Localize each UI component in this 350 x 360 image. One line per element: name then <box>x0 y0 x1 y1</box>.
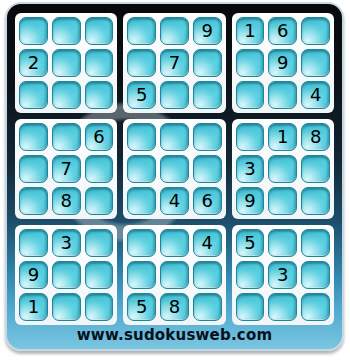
cell-r5c9[interactable] <box>301 155 330 183</box>
cell-r1c8[interactable]: 6 <box>268 17 297 45</box>
cell-r6c8[interactable] <box>268 187 297 215</box>
cell-r9c6[interactable] <box>193 293 222 321</box>
cell-r3c7[interactable] <box>236 81 265 109</box>
cell-r1c9[interactable] <box>301 17 330 45</box>
cell-r2c2[interactable] <box>52 49 81 77</box>
cell-r3c2[interactable] <box>52 81 81 109</box>
cell-r8c8[interactable]: 3 <box>268 261 297 289</box>
cell-r4c5[interactable] <box>160 123 189 151</box>
cell-r5c6[interactable] <box>193 155 222 183</box>
cell-r7c3[interactable] <box>85 229 114 257</box>
cell-r2c4[interactable] <box>127 49 156 77</box>
cell-r8c5[interactable] <box>160 261 189 289</box>
cell-r2c8[interactable]: 9 <box>268 49 297 77</box>
cell-r7c8[interactable] <box>268 229 297 257</box>
sudoku-screenshot: 2975169467846183939145853 www.sudokusweb… <box>0 0 350 360</box>
cell-r6c2[interactable]: 8 <box>52 187 81 215</box>
cell-r8c4[interactable] <box>127 261 156 289</box>
box-panel-5: 46 <box>123 119 225 219</box>
cell-r5c1[interactable] <box>19 155 48 183</box>
cell-r7c9[interactable] <box>301 229 330 257</box>
cell-r2c7[interactable] <box>236 49 265 77</box>
cell-r4c1[interactable] <box>19 123 48 151</box>
sudoku-board: 2975169467846183939145853 <box>15 13 334 325</box>
cell-r1c7[interactable]: 1 <box>236 17 265 45</box>
site-url[interactable]: www.sudokusweb.com <box>7 326 342 344</box>
cell-r5c2[interactable]: 7 <box>52 155 81 183</box>
cell-r8c6[interactable] <box>193 261 222 289</box>
cell-r8c7[interactable] <box>236 261 265 289</box>
box-panel-1: 2 <box>15 13 117 113</box>
cell-r2c5[interactable]: 7 <box>160 49 189 77</box>
cell-r7c6[interactable]: 4 <box>193 229 222 257</box>
cell-r5c4[interactable] <box>127 155 156 183</box>
cell-r5c7[interactable]: 3 <box>236 155 265 183</box>
cell-r7c2[interactable]: 3 <box>52 229 81 257</box>
cell-r3c1[interactable] <box>19 81 48 109</box>
cell-r7c5[interactable] <box>160 229 189 257</box>
cell-r8c1[interactable]: 9 <box>19 261 48 289</box>
cell-r8c3[interactable] <box>85 261 114 289</box>
cell-r9c4[interactable]: 5 <box>127 293 156 321</box>
cell-r6c9[interactable] <box>301 187 330 215</box>
cell-r6c7[interactable]: 9 <box>236 187 265 215</box>
cell-r6c4[interactable] <box>127 187 156 215</box>
cell-r6c6[interactable]: 6 <box>193 187 222 215</box>
box-panel-9: 53 <box>232 225 334 325</box>
cell-r4c8[interactable]: 1 <box>268 123 297 151</box>
cell-r9c8[interactable] <box>268 293 297 321</box>
cell-r4c4[interactable] <box>127 123 156 151</box>
board-frame: 2975169467846183939145853 www.sudokusweb… <box>5 2 344 351</box>
cell-r3c4[interactable]: 5 <box>127 81 156 109</box>
cell-r3c3[interactable] <box>85 81 114 109</box>
cell-r4c2[interactable] <box>52 123 81 151</box>
cell-r9c2[interactable] <box>52 293 81 321</box>
cell-r8c2[interactable] <box>52 261 81 289</box>
cell-r9c7[interactable] <box>236 293 265 321</box>
cell-r2c9[interactable] <box>301 49 330 77</box>
cell-r5c3[interactable] <box>85 155 114 183</box>
box-panel-2: 975 <box>123 13 225 113</box>
cell-r3c9[interactable]: 4 <box>301 81 330 109</box>
cell-r1c2[interactable] <box>52 17 81 45</box>
cell-r5c8[interactable] <box>268 155 297 183</box>
cell-r3c6[interactable] <box>193 81 222 109</box>
cell-r7c7[interactable]: 5 <box>236 229 265 257</box>
cell-r9c3[interactable] <box>85 293 114 321</box>
cell-r2c6[interactable] <box>193 49 222 77</box>
box-panel-8: 458 <box>123 225 225 325</box>
cell-r4c3[interactable]: 6 <box>85 123 114 151</box>
cell-r8c9[interactable] <box>301 261 330 289</box>
cell-r7c1[interactable] <box>19 229 48 257</box>
cell-r9c1[interactable]: 1 <box>19 293 48 321</box>
cell-r1c6[interactable]: 9 <box>193 17 222 45</box>
cell-r1c5[interactable] <box>160 17 189 45</box>
cell-r1c4[interactable] <box>127 17 156 45</box>
cell-r2c3[interactable] <box>85 49 114 77</box>
box-panel-7: 391 <box>15 225 117 325</box>
cell-r4c6[interactable] <box>193 123 222 151</box>
cell-r9c5[interactable]: 8 <box>160 293 189 321</box>
cell-r3c8[interactable] <box>268 81 297 109</box>
cell-r3c5[interactable] <box>160 81 189 109</box>
cell-r6c1[interactable] <box>19 187 48 215</box>
box-panel-4: 678 <box>15 119 117 219</box>
box-panel-3: 1694 <box>232 13 334 113</box>
cell-r9c9[interactable] <box>301 293 330 321</box>
cell-r5c5[interactable] <box>160 155 189 183</box>
box-panel-6: 1839 <box>232 119 334 219</box>
cell-r1c3[interactable] <box>85 17 114 45</box>
cell-r2c1[interactable]: 2 <box>19 49 48 77</box>
cell-r1c1[interactable] <box>19 17 48 45</box>
cell-r6c3[interactable] <box>85 187 114 215</box>
cell-r4c7[interactable] <box>236 123 265 151</box>
cell-r6c5[interactable]: 4 <box>160 187 189 215</box>
cell-r4c9[interactable]: 8 <box>301 123 330 151</box>
cell-r7c4[interactable] <box>127 229 156 257</box>
